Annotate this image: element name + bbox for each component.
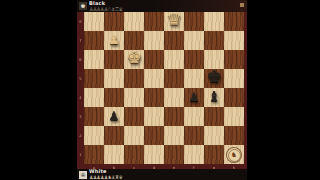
square-b3[interactable]: ♟ (104, 107, 124, 126)
rank-label-7: 7 (78, 39, 83, 43)
square-e5[interactable] (164, 69, 184, 88)
board[interactable]: ♞ ♛♟♚♚♟♝♟ (84, 12, 244, 164)
square-g5[interactable]: ♚ (204, 69, 224, 88)
square-b1[interactable] (104, 145, 124, 164)
square-g4[interactable]: ♝ (204, 88, 224, 107)
square-f5[interactable] (184, 69, 204, 88)
square-c2[interactable] (124, 126, 144, 145)
square-g7[interactable] (204, 31, 224, 50)
white-player-avatar[interactable]: ♔ (79, 171, 87, 179)
square-c5[interactable] (124, 69, 144, 88)
square-g2[interactable] (204, 126, 224, 145)
square-g8[interactable] (204, 12, 224, 31)
black-bishop[interactable]: ♝ (208, 89, 221, 103)
rank-label-2: 2 (78, 134, 83, 138)
rank-label-3: 3 (78, 115, 83, 119)
white-king[interactable]: ♚ (126, 49, 141, 66)
square-e4[interactable] (164, 88, 184, 107)
square-f1[interactable] (184, 145, 204, 164)
chess-app-frame: ♚ Black ♙♙♙♙♙♘♗♖♕ 87654321 ♞ ♛♟♚♚♟♝♟ abc… (77, 0, 247, 180)
black-pawn[interactable]: ♟ (189, 91, 200, 103)
square-d1[interactable] (144, 145, 164, 164)
rank-label-1: 1 (78, 153, 83, 157)
square-b2[interactable] (104, 126, 124, 145)
square-a8[interactable] (84, 12, 104, 31)
square-a7[interactable] (84, 31, 104, 50)
square-b6[interactable] (104, 50, 124, 69)
square-h8[interactable] (224, 12, 244, 31)
square-e3[interactable] (164, 107, 184, 126)
square-d6[interactable] (144, 50, 164, 69)
rank-label-5: 5 (78, 77, 83, 81)
black-king-avatar-icon: ♚ (80, 3, 85, 9)
square-h6[interactable] (224, 50, 244, 69)
topbar-corner-icon[interactable] (240, 3, 244, 7)
square-f8[interactable] (184, 12, 204, 31)
bottom-captured-pieces: ♟♟♟♟♟♞♝♜♛ (89, 175, 122, 180)
square-c8[interactable] (124, 12, 144, 31)
square-b8[interactable] (104, 12, 124, 31)
square-a5[interactable] (84, 69, 104, 88)
white-queen[interactable]: ♛ (166, 11, 181, 28)
square-c1[interactable] (124, 145, 144, 164)
square-a2[interactable] (84, 126, 104, 145)
top-player-name: Black (89, 1, 122, 6)
square-g1[interactable] (204, 145, 224, 164)
square-d4[interactable] (144, 88, 164, 107)
square-f6[interactable] (184, 50, 204, 69)
square-h3[interactable] (224, 107, 244, 126)
square-f7[interactable] (184, 31, 204, 50)
square-d8[interactable] (144, 12, 164, 31)
white-pawn[interactable]: ♟ (109, 34, 120, 46)
square-d7[interactable] (144, 31, 164, 50)
square-h5[interactable] (224, 69, 244, 88)
square-e2[interactable] (164, 126, 184, 145)
square-g3[interactable] (204, 107, 224, 126)
white-king-avatar-icon: ♔ (80, 172, 85, 178)
square-c6[interactable]: ♚ (124, 50, 144, 69)
rank-labels: 87654321 (77, 12, 84, 164)
rank-label-6: 6 (78, 58, 83, 62)
square-e1[interactable] (164, 145, 184, 164)
square-h4[interactable] (224, 88, 244, 107)
knight-seal-icon: ♞ (228, 149, 241, 162)
rank-label-4: 4 (78, 96, 83, 100)
black-pawn[interactable]: ♟ (109, 110, 120, 122)
top-player-meta: Black ♙♙♙♙♙♘♗♖♕ (89, 1, 122, 12)
square-d5[interactable] (144, 69, 164, 88)
square-e8[interactable]: ♛ (164, 12, 184, 31)
square-b4[interactable] (104, 88, 124, 107)
rank-label-8: 8 (78, 20, 83, 24)
video-stage: ♚ Black ♙♙♙♙♙♘♗♖♕ 87654321 ♞ ♛♟♚♚♟♝♟ abc… (0, 0, 320, 180)
square-a6[interactable] (84, 50, 104, 69)
square-e6[interactable] (164, 50, 184, 69)
square-c4[interactable] (124, 88, 144, 107)
square-h2[interactable] (224, 126, 244, 145)
square-a1[interactable] (84, 145, 104, 164)
square-a4[interactable] (84, 88, 104, 107)
square-b5[interactable] (104, 69, 124, 88)
app-watermark-seal: ♞ (226, 147, 242, 163)
square-d2[interactable] (144, 126, 164, 145)
square-c3[interactable] (124, 107, 144, 126)
top-player-bar: ♚ Black ♙♙♙♙♙♘♗♖♕ (77, 0, 247, 12)
square-e7[interactable] (164, 31, 184, 50)
square-f2[interactable] (184, 126, 204, 145)
square-a3[interactable] (84, 107, 104, 126)
square-f3[interactable] (184, 107, 204, 126)
black-king[interactable]: ♚ (206, 68, 221, 85)
square-d3[interactable] (144, 107, 164, 126)
bottom-player-meta: White ♟♟♟♟♟♞♝♜♛ (89, 169, 122, 180)
square-f4[interactable]: ♟ (184, 88, 204, 107)
top-captured-pieces: ♙♙♙♙♙♘♗♖♕ (89, 7, 122, 12)
bottom-player-bar: ♔ White ♟♟♟♟♟♞♝♜♛ (77, 169, 247, 180)
square-h7[interactable] (224, 31, 244, 50)
black-player-avatar[interactable]: ♚ (79, 2, 87, 10)
square-b7[interactable]: ♟ (104, 31, 124, 50)
